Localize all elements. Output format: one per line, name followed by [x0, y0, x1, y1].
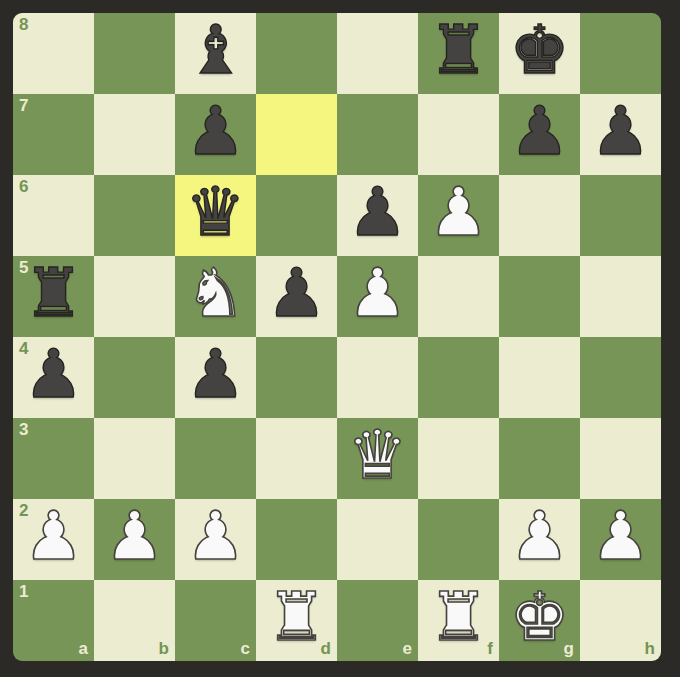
piece-black-bishop-c8[interactable]: ♝	[185, 13, 245, 91]
square-f7[interactable]	[418, 94, 499, 175]
square-h4[interactable]	[580, 337, 661, 418]
square-d8[interactable]	[256, 13, 337, 94]
square-a5[interactable]: 5♜	[13, 256, 94, 337]
square-e7[interactable]	[337, 94, 418, 175]
square-e6[interactable]: ♟	[337, 175, 418, 256]
square-b4[interactable]	[94, 337, 175, 418]
square-g1[interactable]: g♚	[499, 580, 580, 661]
piece-white-king-g1[interactable]: ♚	[509, 577, 569, 658]
square-f3[interactable]	[418, 418, 499, 499]
square-g3[interactable]	[499, 418, 580, 499]
piece-white-queen-e3[interactable]: ♛	[347, 415, 407, 496]
square-c3[interactable]	[175, 418, 256, 499]
piece-white-pawn-e5[interactable]: ♟	[347, 253, 407, 334]
square-a8[interactable]: 8	[13, 13, 94, 94]
square-f6[interactable]: ♟	[418, 175, 499, 256]
square-a4[interactable]: 4♟	[13, 337, 94, 418]
square-f4[interactable]	[418, 337, 499, 418]
piece-black-pawn-a4[interactable]: ♟	[23, 334, 83, 415]
rank-label-3: 3	[19, 421, 28, 438]
square-g7[interactable]: ♟	[499, 94, 580, 175]
piece-black-pawn-e6[interactable]: ♟	[347, 172, 407, 253]
square-g4[interactable]	[499, 337, 580, 418]
square-f8[interactable]: ♜	[418, 13, 499, 94]
file-label-e: e	[403, 640, 412, 657]
square-g5[interactable]	[499, 256, 580, 337]
square-e3[interactable]: ♛	[337, 418, 418, 499]
square-c7[interactable]: ♟	[175, 94, 256, 175]
square-b2[interactable]: ♟	[94, 499, 175, 580]
piece-white-pawn-a2[interactable]: ♟	[23, 496, 83, 577]
square-h3[interactable]	[580, 418, 661, 499]
square-c5[interactable]: ♞	[175, 256, 256, 337]
piece-white-pawn-f6[interactable]: ♟	[428, 172, 488, 253]
square-b5[interactable]	[94, 256, 175, 337]
square-d4[interactable]	[256, 337, 337, 418]
chess-board: 8♝♜♚7♟♟♟6♛♟♟5♜♞♟♟4♟♟3♛2♟♟♟♟♟1abcd♜ef♜g♚h	[13, 13, 661, 661]
file-label-a: a	[79, 640, 88, 657]
square-h2[interactable]: ♟	[580, 499, 661, 580]
square-f1[interactable]: f♜	[418, 580, 499, 661]
square-h1[interactable]: h	[580, 580, 661, 661]
rank-label-1: 1	[19, 583, 28, 600]
piece-black-king-g8[interactable]: ♚	[509, 13, 569, 91]
square-e1[interactable]: e	[337, 580, 418, 661]
square-a7[interactable]: 7	[13, 94, 94, 175]
square-b1[interactable]: b	[94, 580, 175, 661]
square-e8[interactable]	[337, 13, 418, 94]
square-b8[interactable]	[94, 13, 175, 94]
piece-white-pawn-b2[interactable]: ♟	[104, 496, 164, 577]
piece-black-pawn-d5[interactable]: ♟	[266, 253, 326, 334]
piece-black-pawn-c4[interactable]: ♟	[185, 334, 245, 415]
square-c6[interactable]: ♛	[175, 175, 256, 256]
square-b3[interactable]	[94, 418, 175, 499]
piece-black-rook-f8[interactable]: ♜	[428, 13, 488, 91]
square-c4[interactable]: ♟	[175, 337, 256, 418]
square-h6[interactable]	[580, 175, 661, 256]
piece-black-pawn-h7[interactable]: ♟	[590, 91, 650, 172]
piece-black-pawn-c7[interactable]: ♟	[185, 91, 245, 172]
piece-white-rook-d1[interactable]: ♜	[266, 577, 326, 658]
rank-label-6: 6	[19, 178, 28, 195]
piece-white-knight-c5[interactable]: ♞	[185, 253, 245, 334]
square-d2[interactable]	[256, 499, 337, 580]
square-d7[interactable]	[256, 94, 337, 175]
piece-black-rook-a5[interactable]: ♜	[23, 253, 83, 334]
piece-black-queen-c6[interactable]: ♛	[185, 172, 245, 253]
piece-black-pawn-g7[interactable]: ♟	[509, 91, 569, 172]
piece-white-rook-f1[interactable]: ♜	[428, 577, 488, 658]
square-e5[interactable]: ♟	[337, 256, 418, 337]
rank-label-7: 7	[19, 97, 28, 114]
square-g6[interactable]	[499, 175, 580, 256]
square-b7[interactable]	[94, 94, 175, 175]
square-a3[interactable]: 3	[13, 418, 94, 499]
square-e2[interactable]	[337, 499, 418, 580]
square-a6[interactable]: 6	[13, 175, 94, 256]
square-d5[interactable]: ♟	[256, 256, 337, 337]
piece-white-pawn-h2[interactable]: ♟	[590, 496, 650, 577]
square-h7[interactable]: ♟	[580, 94, 661, 175]
square-g8[interactable]: ♚	[499, 13, 580, 94]
square-b6[interactable]	[94, 175, 175, 256]
file-label-c: c	[241, 640, 250, 657]
square-a2[interactable]: 2♟	[13, 499, 94, 580]
piece-white-pawn-c2[interactable]: ♟	[185, 496, 245, 577]
square-h5[interactable]	[580, 256, 661, 337]
piece-white-pawn-g2[interactable]: ♟	[509, 496, 569, 577]
square-c8[interactable]: ♝	[175, 13, 256, 94]
square-h8[interactable]	[580, 13, 661, 94]
square-e4[interactable]	[337, 337, 418, 418]
square-c1[interactable]: c	[175, 580, 256, 661]
square-f2[interactable]	[418, 499, 499, 580]
file-label-h: h	[645, 640, 655, 657]
square-g2[interactable]: ♟	[499, 499, 580, 580]
square-a1[interactable]: 1a	[13, 580, 94, 661]
square-c2[interactable]: ♟	[175, 499, 256, 580]
rank-label-8: 8	[19, 16, 28, 33]
square-d1[interactable]: d♜	[256, 580, 337, 661]
square-f5[interactable]	[418, 256, 499, 337]
square-d3[interactable]	[256, 418, 337, 499]
file-label-b: b	[159, 640, 169, 657]
square-d6[interactable]	[256, 175, 337, 256]
